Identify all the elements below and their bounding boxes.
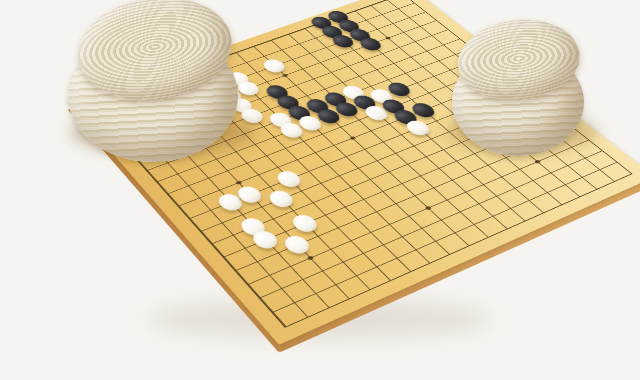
star-point	[533, 160, 540, 164]
white-stone	[260, 57, 289, 74]
white-stone	[273, 168, 305, 189]
star-point	[424, 206, 431, 211]
white-stone	[289, 212, 322, 235]
stone-bowl-right	[450, 20, 588, 156]
star-point	[236, 180, 243, 184]
stone-bowl-left	[68, 0, 242, 162]
star-point	[307, 255, 315, 260]
star-point	[385, 37, 391, 41]
star-point	[282, 74, 289, 78]
white-stone	[281, 233, 314, 256]
go-photo-scene	[0, 0, 640, 380]
star-point	[349, 136, 356, 140]
white-stone	[265, 188, 297, 210]
